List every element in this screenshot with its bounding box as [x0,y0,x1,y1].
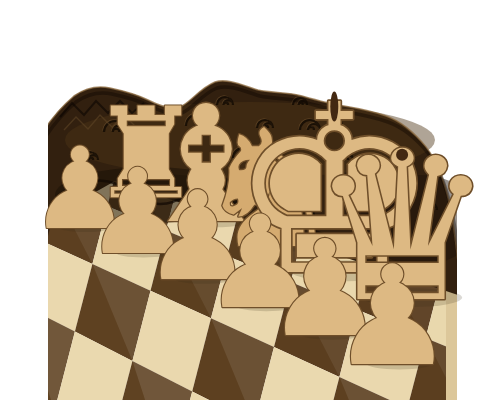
queen-dark-ball [396,149,408,161]
scene-canvas: ♜♝♞♚♛♟♟♟♟♟♟ [0,0,500,400]
chess-set-photo: chess ♜♝♞♚♛♟♟♟♟♟♟ [0,0,500,400]
white-pawn: ♟ [331,236,455,397]
